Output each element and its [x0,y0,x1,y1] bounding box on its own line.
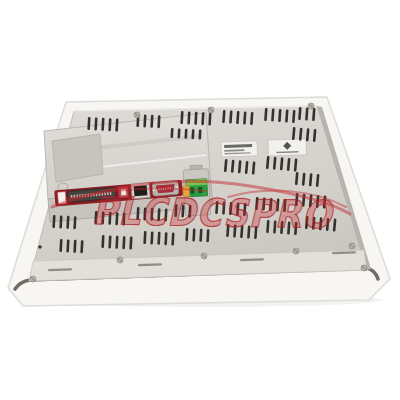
watermark-text: PLCDCSPRO [90,188,340,237]
screw [308,103,314,109]
vent-slit-group [298,107,315,121]
cert-label [268,139,307,156]
screw [349,243,355,249]
module-label-recess [52,134,103,182]
spec-label [221,141,258,157]
screw [30,276,36,282]
screw [117,257,123,263]
device-photo: PLCDCSPRO [0,0,400,400]
vent-hole [38,245,42,249]
screw [208,107,214,113]
screw [293,248,299,254]
product-photo-stage: PLCDCSPRO [0,0,400,400]
screw [134,112,140,118]
screw [201,253,207,259]
screw [361,265,367,271]
